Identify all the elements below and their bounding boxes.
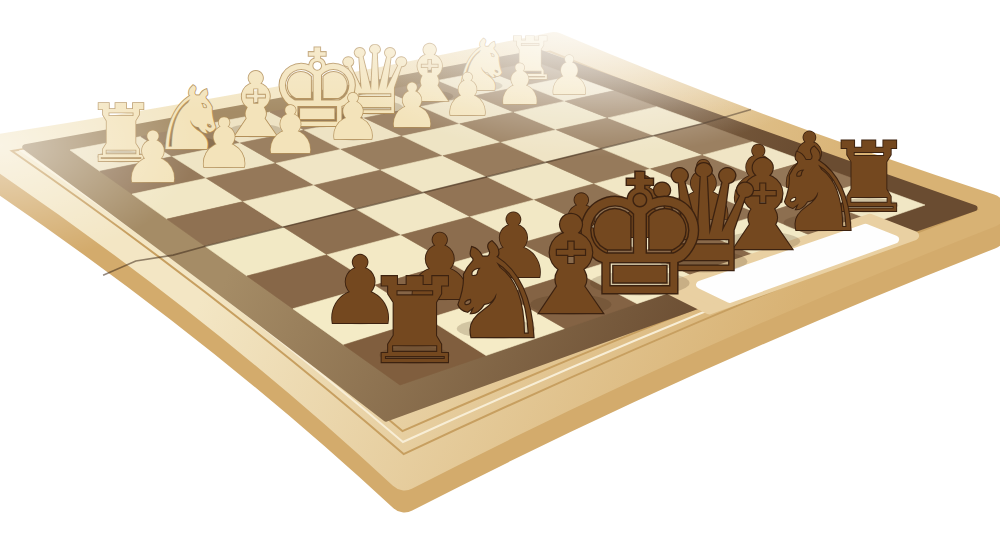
piece-white-pawn-e2: ♟	[325, 80, 382, 154]
piece-white-pawn-a2: ♟	[545, 44, 593, 107]
piece-white-pawn-b2: ♟	[495, 52, 545, 117]
piece-white-pawn-h2: ♟	[121, 116, 184, 199]
piece-white-pawn-f2: ♟	[261, 92, 320, 169]
piece-white-pawn-c2: ♟	[441, 61, 493, 129]
board-photo-svg: ♜♞♝♟♛♟♚♟♝♟♞♟♜♟♟♟♟♟♟♜♟♞♟♝♟♛♟♚♟♝♞♜	[0, 0, 1000, 560]
piece-white-pawn-d2: ♟	[385, 70, 440, 141]
piece-white-pawn-g2: ♟	[193, 104, 254, 183]
chess-set-photo: ♜♞♝♟♛♟♚♟♝♟♞♟♜♟♟♟♟♟♟♜♟♞♟♝♟♛♟♚♟♝♞♜	[0, 0, 1000, 560]
chess-board-scene: ♜♞♝♟♛♟♚♟♝♟♞♟♜♟♟♟♟♟♟♜♟♞♟♝♟♛♟♚♟♝♞♜	[0, 0, 1000, 560]
piece-black-rook-h8: ♜	[362, 253, 467, 390]
